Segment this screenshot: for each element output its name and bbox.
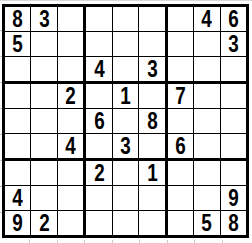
spreadsheet-gridline-artifact (0, 82, 2, 83)
cell-r3c1[interactable] (5, 57, 30, 81)
cell-r5c4[interactable]: 6 (86, 109, 111, 133)
cell-r4c8[interactable] (194, 84, 219, 108)
cell-r9c1[interactable]: 9 (5, 211, 30, 235)
cell-r7c2[interactable] (31, 161, 56, 185)
sudoku-box-2: 43 (86, 7, 164, 81)
cell-r6c6[interactable] (139, 134, 164, 158)
cell-r6c9[interactable] (221, 134, 246, 158)
sudoku-box-8: 21 (86, 161, 164, 235)
cell-digit: 5 (12, 33, 22, 56)
cell-r7c6[interactable]: 1 (139, 161, 164, 185)
cell-r9c8[interactable]: 5 (194, 211, 219, 235)
cell-r7c5[interactable] (113, 161, 138, 185)
cell-r2c7[interactable] (168, 32, 193, 56)
cell-r3c2[interactable] (31, 57, 56, 81)
cell-r2c2[interactable] (31, 32, 56, 56)
cell-r2c1[interactable]: 5 (5, 32, 30, 56)
cell-r8c6[interactable] (139, 186, 164, 210)
cell-r2c8[interactable] (194, 32, 219, 56)
cell-digit: 3 (39, 8, 49, 31)
spreadsheet-gridline-artifact (0, 186, 2, 187)
cell-r9c7[interactable] (168, 211, 193, 235)
sudoku-box-3: 463 (168, 7, 246, 81)
spreadsheet-gridline-artifact (0, 56, 2, 57)
spreadsheet-gridline-artifact (0, 134, 2, 135)
cell-r8c3[interactable] (58, 186, 83, 210)
cell-r2c6[interactable] (139, 32, 164, 56)
spreadsheet-gridline-artifact (0, 30, 2, 31)
cell-digit: 8 (12, 8, 22, 31)
cell-r2c9[interactable]: 3 (221, 32, 246, 56)
cell-r5c5[interactable] (113, 109, 138, 133)
cell-r6c3[interactable]: 4 (58, 134, 83, 158)
cell-r1c6[interactable] (139, 7, 164, 31)
cell-r6c7[interactable]: 6 (168, 134, 193, 158)
cell-digit: 9 (12, 212, 22, 235)
cell-digit: 2 (94, 162, 104, 185)
cell-r5c1[interactable] (5, 109, 30, 133)
cell-r9c9[interactable]: 8 (221, 211, 246, 235)
sudoku-puzzle-page: 835434632416837649221958 (0, 0, 252, 243)
sudoku-box-7: 492 (5, 161, 83, 235)
cell-r1c2[interactable]: 3 (31, 7, 56, 31)
cell-r4c1[interactable] (5, 84, 30, 108)
cell-r8c8[interactable] (194, 186, 219, 210)
cell-r6c1[interactable] (5, 134, 30, 158)
cell-r8c5[interactable] (113, 186, 138, 210)
cell-r7c8[interactable] (194, 161, 219, 185)
cell-digit: 1 (120, 85, 130, 108)
cell-r9c3[interactable] (58, 211, 83, 235)
cell-r4c2[interactable] (31, 84, 56, 108)
cell-r1c7[interactable] (168, 7, 193, 31)
cell-digit: 3 (120, 135, 130, 158)
cell-r8c7[interactable] (168, 186, 193, 210)
sudoku-board: 835434632416837649221958 (2, 4, 249, 238)
cell-r4c7[interactable]: 7 (168, 84, 193, 108)
cell-r9c5[interactable] (113, 211, 138, 235)
cell-digit: 4 (202, 8, 212, 31)
cell-r1c1[interactable]: 8 (5, 7, 30, 31)
cell-digit: 2 (65, 85, 75, 108)
cell-r6c2[interactable] (31, 134, 56, 158)
cell-r3c7[interactable] (168, 57, 193, 81)
cell-r6c8[interactable] (194, 134, 219, 158)
spreadsheet-gridline-artifact (0, 0, 252, 1)
sudoku-box-1: 835 (5, 7, 83, 81)
cell-r5c9[interactable] (221, 109, 246, 133)
cell-r2c3[interactable] (58, 32, 83, 56)
cell-digit: 4 (94, 58, 104, 81)
spreadsheet-gridline-artifact (0, 160, 2, 161)
cell-digit: 1 (147, 162, 157, 185)
cell-r1c8[interactable]: 4 (194, 7, 219, 31)
cell-r1c4[interactable] (86, 7, 111, 31)
cell-r5c3[interactable] (58, 109, 83, 133)
sudoku-box-9: 958 (168, 161, 246, 235)
cell-r3c5[interactable] (113, 57, 138, 81)
cell-r5c8[interactable] (194, 109, 219, 133)
cell-r1c3[interactable] (58, 7, 83, 31)
sudoku-box-4: 24 (5, 84, 83, 158)
cell-r8c2[interactable] (31, 186, 56, 210)
cell-r8c9[interactable]: 9 (221, 186, 246, 210)
cell-r4c6[interactable] (139, 84, 164, 108)
cell-r3c6[interactable]: 3 (139, 57, 164, 81)
cell-r9c4[interactable] (86, 211, 111, 235)
cell-r7c3[interactable] (58, 161, 83, 185)
cell-r4c3[interactable]: 2 (58, 84, 83, 108)
cell-r5c6[interactable]: 8 (139, 109, 164, 133)
spreadsheet-gridline-artifact (0, 212, 2, 213)
cell-digit: 3 (228, 33, 238, 56)
cell-r6c5[interactable]: 3 (113, 134, 138, 158)
cell-r7c1[interactable] (5, 161, 30, 185)
cell-digit: 8 (147, 110, 157, 133)
cell-digit: 6 (175, 135, 185, 158)
cell-r1c5[interactable] (113, 7, 138, 31)
sudoku-box-5: 1683 (86, 84, 164, 158)
cell-digit: 9 (228, 187, 238, 210)
cell-digit: 2 (39, 212, 49, 235)
cell-r4c5[interactable]: 1 (113, 84, 138, 108)
cell-r3c4[interactable]: 4 (86, 57, 111, 81)
cell-r4c9[interactable] (221, 84, 246, 108)
sudoku-box-6: 76 (168, 84, 246, 158)
cell-r3c3[interactable] (58, 57, 83, 81)
cell-r5c2[interactable] (31, 109, 56, 133)
cell-digit: 5 (202, 212, 212, 235)
cell-r6c4[interactable] (86, 134, 111, 158)
cell-digit: 7 (175, 85, 185, 108)
cell-r4c4[interactable] (86, 84, 111, 108)
cell-r7c7[interactable] (168, 161, 193, 185)
cell-r2c4[interactable] (86, 32, 111, 56)
cell-r9c2[interactable]: 2 (31, 211, 56, 235)
cell-r8c1[interactable]: 4 (5, 186, 30, 210)
cell-r9c6[interactable] (139, 211, 164, 235)
cell-r2c5[interactable] (113, 32, 138, 56)
cell-digit: 6 (94, 110, 104, 133)
cell-r7c4[interactable]: 2 (86, 161, 111, 185)
cell-digit: 4 (12, 187, 22, 210)
cell-r8c4[interactable] (86, 186, 111, 210)
cell-r3c8[interactable] (194, 57, 219, 81)
cell-digit: 8 (228, 212, 238, 235)
cell-r1c9[interactable]: 6 (221, 7, 246, 31)
cell-digit: 4 (65, 135, 75, 158)
cell-digit: 3 (147, 58, 157, 81)
cell-digit: 6 (228, 8, 238, 31)
cell-r7c9[interactable] (221, 161, 246, 185)
cell-r3c9[interactable] (221, 57, 246, 81)
cell-r5c7[interactable] (168, 109, 193, 133)
spreadsheet-gridline-artifact (0, 108, 2, 109)
